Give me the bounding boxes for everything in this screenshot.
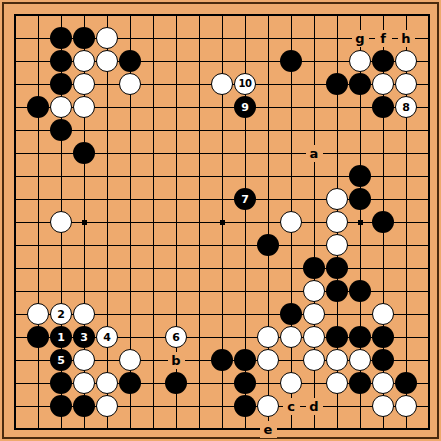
move-number: 7 [241,194,249,205]
white-stone [349,50,371,72]
white-stone [257,349,279,371]
white-stone-move-2: 2 [50,303,72,325]
white-stone [257,395,279,417]
point-label-e: e [260,421,277,438]
white-stone [280,326,302,348]
white-stone [73,303,95,325]
black-stone [50,50,72,72]
point-label-h: h [398,30,415,47]
black-stone [73,395,95,417]
black-stone-move-7: 7 [234,188,256,210]
black-stone [50,119,72,141]
white-stone-move-4: 4 [96,326,118,348]
black-stone [349,326,371,348]
white-stone [372,372,394,394]
black-stone [372,211,394,233]
white-stone [96,27,118,49]
white-stone [73,349,95,371]
black-stone [372,96,394,118]
black-stone [303,257,325,279]
black-stone [50,73,72,95]
black-stone [50,395,72,417]
black-stone [349,280,371,302]
white-stone [326,349,348,371]
white-stone [96,395,118,417]
black-stone [280,50,302,72]
black-stone [372,349,394,371]
black-stone [165,372,187,394]
white-stone-move-6: 6 [165,326,187,348]
black-stone [73,142,95,164]
black-stone [349,165,371,187]
black-stone [326,73,348,95]
white-stone [96,50,118,72]
black-stone-move-9: 9 [234,96,256,118]
point-label-a: a [306,145,323,162]
white-stone [211,73,233,95]
white-stone [257,326,279,348]
white-stone [326,211,348,233]
white-stone [73,50,95,72]
black-stone [234,395,256,417]
move-number: 10 [239,79,252,89]
black-stone [349,73,371,95]
star-point [82,220,87,225]
white-stone [50,211,72,233]
point-label-c: c [283,398,300,415]
white-stone [395,73,417,95]
move-number: 8 [402,102,410,113]
black-stone [50,372,72,394]
white-stone-move-8: 8 [395,96,417,118]
white-stone [326,188,348,210]
star-point [358,220,363,225]
point-label-b: b [168,352,185,369]
black-stone [280,303,302,325]
black-stone [326,280,348,302]
move-number: 6 [172,332,180,343]
white-stone [349,349,371,371]
white-stone [372,395,394,417]
white-stone [303,326,325,348]
point-label-f: f [375,30,392,47]
black-stone [211,349,233,371]
white-stone [96,372,118,394]
black-stone [372,326,394,348]
black-stone [234,349,256,371]
black-stone [73,27,95,49]
black-stone-move-1: 1 [50,326,72,348]
black-stone [395,372,417,394]
black-stone [27,96,49,118]
black-stone-move-5: 5 [50,349,72,371]
white-stone [372,303,394,325]
white-stone [50,96,72,118]
move-number: 4 [103,332,111,343]
black-stone [326,257,348,279]
white-stone [326,372,348,394]
white-stone [395,50,417,72]
black-stone [372,50,394,72]
white-stone [280,211,302,233]
white-stone [280,372,302,394]
white-stone [73,96,95,118]
white-stone [73,73,95,95]
black-stone [349,372,371,394]
white-stone [73,372,95,394]
move-number: 5 [57,355,65,366]
black-stone-move-3: 3 [73,326,95,348]
black-stone [257,234,279,256]
point-label-g: g [352,30,369,47]
move-number: 2 [57,309,65,320]
black-stone [326,326,348,348]
star-point [220,220,225,225]
white-stone [303,280,325,302]
move-number: 9 [241,102,249,113]
black-stone [119,372,141,394]
black-stone [234,372,256,394]
white-stone [119,349,141,371]
white-stone-move-10: 10 [234,73,256,95]
point-label-d: d [306,398,323,415]
white-stone [303,303,325,325]
white-stone [395,395,417,417]
black-stone [349,188,371,210]
black-stone [50,27,72,49]
white-stone [303,349,325,371]
white-stone [27,303,49,325]
black-stone [119,50,141,72]
black-stone [27,326,49,348]
white-stone [326,234,348,256]
white-stone [372,73,394,95]
move-number: 1 [57,332,65,343]
go-board[interactable]: 10987213465abcdefgh [0,0,441,441]
move-number: 3 [80,332,88,343]
white-stone [119,73,141,95]
